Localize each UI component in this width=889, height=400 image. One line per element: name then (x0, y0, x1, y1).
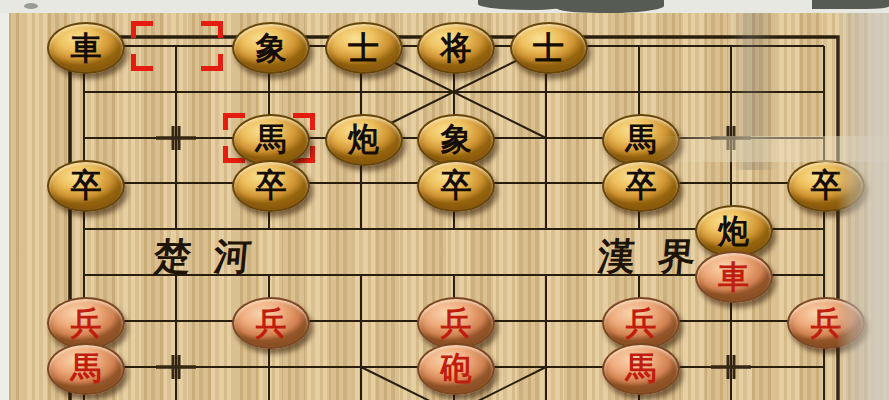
piece-black-elephant-c0[interactable]: 象 (232, 22, 310, 74)
piece-red-horse-a7[interactable]: 馬 (47, 343, 125, 395)
piece-character: 卒 (256, 169, 287, 201)
left-edge-margin (0, 0, 9, 400)
piece-character: 炮 (348, 124, 379, 156)
piece-character: 車 (71, 32, 102, 64)
piece-character: 炮 (718, 215, 749, 247)
bracket-corner (201, 21, 223, 38)
piece-red-soldier-e6[interactable]: 兵 (417, 297, 495, 349)
background-mark (24, 3, 38, 9)
xiangqi-board: 楚河 漢界 車象士将士馬炮象馬卒卒卒卒卒炮車兵兵兵兵兵馬砲馬 (0, 0, 889, 400)
right-edge-haze (836, 0, 889, 400)
background-strip (0, 0, 889, 13)
piece-character: 車 (718, 261, 749, 293)
piece-character: 象 (441, 124, 472, 156)
piece-character: 卒 (626, 169, 657, 201)
piece-black-soldier-c3[interactable]: 卒 (232, 160, 310, 212)
bracket-corner (131, 21, 153, 38)
bracket-corner (201, 54, 223, 71)
piece-black-soldier-g3[interactable]: 卒 (602, 160, 680, 212)
piece-black-cannon-h4[interactable]: 炮 (695, 205, 773, 257)
piece-black-cannon-d2[interactable]: 炮 (325, 114, 403, 166)
river-label-chu-he: 楚河 (152, 232, 276, 282)
piece-character: 卒 (441, 169, 472, 201)
piece-character: 兵 (441, 307, 472, 339)
background-foliage (588, 0, 634, 13)
background-foliage (478, 0, 566, 10)
last-move-from-marker (131, 21, 223, 71)
piece-character: 士 (348, 32, 379, 64)
piece-black-horse-c2[interactable]: 馬 (232, 114, 310, 166)
piece-red-soldier-c6[interactable]: 兵 (232, 297, 310, 349)
piece-character: 士 (533, 32, 564, 64)
piece-character: 馬 (626, 353, 657, 385)
piece-black-elephant-e2[interactable]: 象 (417, 114, 495, 166)
piece-red-soldier-a6[interactable]: 兵 (47, 297, 125, 349)
piece-black-advisor-f0[interactable]: 士 (510, 22, 588, 74)
piece-character: 卒 (71, 169, 102, 201)
piece-character: 兵 (256, 307, 287, 339)
piece-red-chariot-h5[interactable]: 車 (695, 251, 773, 303)
piece-character: 砲 (441, 353, 472, 385)
piece-red-cannon-e7[interactable]: 砲 (417, 343, 495, 395)
piece-character: 象 (256, 32, 287, 64)
piece-character: 馬 (256, 124, 287, 156)
piece-black-chariot-a0[interactable]: 車 (47, 22, 125, 74)
piece-character: 兵 (71, 307, 102, 339)
piece-red-soldier-g6[interactable]: 兵 (602, 297, 680, 349)
piece-character: 馬 (71, 353, 102, 385)
background-foliage (812, 0, 889, 9)
piece-character: 将 (441, 32, 472, 64)
piece-character: 兵 (626, 307, 657, 339)
bracket-corner (131, 54, 153, 71)
piece-black-general-e0[interactable]: 将 (417, 22, 495, 74)
piece-black-soldier-a3[interactable]: 卒 (47, 160, 125, 212)
piece-black-advisor-d0[interactable]: 士 (325, 22, 403, 74)
piece-red-horse-g7[interactable]: 馬 (602, 343, 680, 395)
piece-black-soldier-e3[interactable]: 卒 (417, 160, 495, 212)
